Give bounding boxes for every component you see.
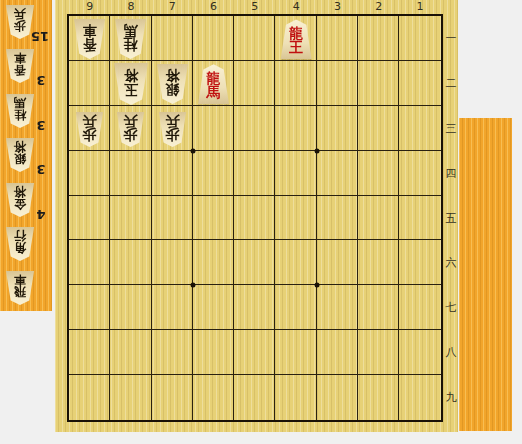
piece-kanji: 香: [83, 38, 97, 52]
piece-kanji: 車: [83, 24, 97, 38]
board-area: 987654321 一二三四五六七八九 香車桂馬龍王玉将銀将龍馬歩兵歩兵歩兵: [55, 0, 458, 432]
piece-kanji: 王: [289, 41, 303, 55]
hand-piece-rook[interactable]: 飛車: [5, 271, 35, 305]
pieces-layer: 香車桂馬龍王玉将銀将龍馬歩兵歩兵歩兵: [69, 16, 441, 420]
hand-piece-gold[interactable]: 金将: [5, 183, 35, 217]
piece-lance-9一[interactable]: 香車: [73, 19, 106, 59]
rank-label-8: 八: [444, 330, 458, 375]
piece-kanji: 馬: [207, 86, 221, 100]
file-label-2: 2: [358, 0, 399, 13]
file-label-9: 9: [69, 0, 110, 13]
hand-count-gold: 4: [33, 208, 49, 221]
piece-kanji: 将: [165, 69, 179, 83]
gote-hand-knight[interactable]: 桂馬3: [2, 92, 50, 133]
file-label-6: 6: [193, 0, 234, 13]
gote-hand-lance[interactable]: 香車3: [2, 47, 50, 88]
piece-kanji: 車: [14, 275, 26, 287]
rank-label-3: 三: [444, 106, 458, 151]
hand-count-knight: 3: [33, 119, 49, 132]
piece-kanji: 玉: [124, 83, 138, 97]
file-label-7: 7: [152, 0, 193, 13]
hand-count-lance: 3: [33, 74, 49, 87]
piece-kanji: 兵: [165, 114, 179, 128]
piece-kanji: 兵: [14, 9, 26, 21]
piece-kanji: 将: [124, 69, 138, 83]
rank-label-4: 四: [444, 151, 458, 196]
rank-label-6: 六: [444, 240, 458, 285]
hand-piece-lance[interactable]: 香車: [5, 49, 35, 83]
piece-kanji: 香: [14, 65, 26, 77]
file-label-4: 4: [275, 0, 316, 13]
piece-kanji: 金: [14, 198, 26, 210]
piece-kanji: 角: [14, 243, 26, 255]
piece-kanji: 桂: [14, 109, 26, 121]
piece-kanji: 桂: [124, 38, 138, 52]
gote-hand-rook[interactable]: 飛車: [2, 269, 50, 310]
piece-kanji: 馬: [124, 24, 138, 38]
piece-kanji: 飛: [14, 287, 26, 299]
gote-hand-silver[interactable]: 銀将3: [2, 136, 50, 177]
gote-hand-gold[interactable]: 金将4: [2, 181, 50, 222]
piece-kanji: 兵: [124, 114, 138, 128]
shogi-app-screen: 歩兵15香車3桂馬3銀将3金将4角行飛車 987654321 一二三四五六七八九…: [0, 0, 522, 444]
piece-kanji: 将: [14, 142, 26, 154]
hand-count-pawn: 15: [33, 30, 49, 43]
gote-hand-pawn[interactable]: 歩兵15: [2, 3, 50, 44]
rank-label-7: 七: [444, 285, 458, 330]
piece-pawn-8三[interactable]: 歩兵: [116, 112, 145, 147]
piece-kanji: 銀: [14, 154, 26, 166]
hand-count-silver: 3: [33, 163, 49, 176]
gote-hand-bishop[interactable]: 角行: [2, 225, 50, 266]
piece-knight-8一[interactable]: 桂馬: [114, 19, 147, 59]
rank-label-9: 九: [444, 375, 458, 420]
piece-kanji: 銀: [165, 83, 179, 97]
piece-promoted-bishop-6二[interactable]: 龍馬: [197, 64, 230, 104]
piece-promoted-rook-4一[interactable]: 龍王: [280, 19, 313, 59]
rank-labels: 一二三四五六七八九: [444, 16, 458, 420]
hand-piece-knight[interactable]: 桂馬: [5, 94, 35, 128]
file-labels: 987654321: [69, 0, 441, 13]
rank-label-2: 二: [444, 61, 458, 106]
piece-kanji: 車: [14, 53, 26, 65]
piece-pawn-9三[interactable]: 歩兵: [75, 112, 104, 147]
file-label-8: 8: [110, 0, 151, 13]
file-label-1: 1: [399, 0, 440, 13]
piece-pawn-7三[interactable]: 歩兵: [158, 112, 187, 147]
rank-label-5: 五: [444, 196, 458, 241]
file-label-3: 3: [317, 0, 358, 13]
gote-hand-tray: 歩兵15香車3桂馬3銀将3金将4角行飛車: [0, 0, 52, 311]
hand-piece-silver[interactable]: 銀将: [5, 138, 35, 172]
piece-king-8二[interactable]: 玉将: [113, 63, 149, 105]
piece-kanji: 兵: [83, 114, 97, 128]
file-label-5: 5: [234, 0, 275, 13]
rank-label-1: 一: [444, 16, 458, 61]
hand-piece-bishop[interactable]: 角行: [5, 227, 35, 261]
shogi-board: 香車桂馬龍王玉将銀将龍馬歩兵歩兵歩兵: [67, 14, 443, 422]
sente-hand-tray: [459, 118, 512, 431]
piece-silver-7二[interactable]: 銀将: [156, 64, 189, 104]
piece-kanji: 行: [14, 231, 26, 243]
piece-kanji: 将: [14, 186, 26, 198]
piece-kanji: 馬: [14, 97, 26, 109]
piece-kanji: 歩: [14, 21, 26, 33]
